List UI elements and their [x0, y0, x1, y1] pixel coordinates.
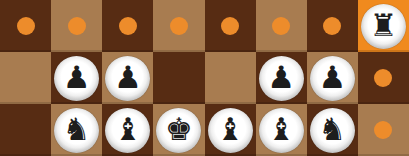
- black-rook-icon: ♜: [370, 10, 398, 41]
- piece-chip-pawn: ♟: [259, 56, 304, 101]
- square-r1c1[interactable]: ♟: [51, 52, 102, 104]
- black-pawn-icon: ♟: [114, 62, 142, 93]
- move-hint-dot: [221, 17, 239, 35]
- square-r0c3[interactable]: [153, 0, 204, 52]
- black-pawn-icon: ♟: [63, 62, 91, 93]
- square-r1c6[interactable]: ♟: [307, 52, 358, 104]
- square-r1c5[interactable]: ♟: [256, 52, 307, 104]
- chess-board: ♜♟♟♟♟♞♝♚♝♝♞: [0, 0, 409, 156]
- square-r2c6[interactable]: ♞: [307, 104, 358, 156]
- square-r2c3[interactable]: ♚: [153, 104, 204, 156]
- black-bishop-icon: ♝: [216, 114, 244, 145]
- black-king-icon: ♚: [165, 114, 193, 145]
- piece-chip-bishop: ♝: [208, 108, 253, 153]
- move-hint-dot: [374, 69, 392, 87]
- chess-board-viewport: ♜♟♟♟♟♞♝♚♝♝♞: [0, 0, 409, 156]
- square-r2c2[interactable]: ♝: [102, 104, 153, 156]
- black-pawn-icon: ♟: [267, 62, 295, 93]
- move-hint-dot: [272, 17, 290, 35]
- black-knight-icon: ♞: [318, 114, 346, 145]
- move-hint-dot: [17, 17, 35, 35]
- square-r2c4[interactable]: ♝: [205, 104, 256, 156]
- square-r0c2[interactable]: [102, 0, 153, 52]
- square-r1c3[interactable]: [153, 52, 204, 104]
- black-pawn-icon: ♟: [318, 62, 346, 93]
- piece-chip-pawn: ♟: [105, 56, 150, 101]
- square-r1c2[interactable]: ♟: [102, 52, 153, 104]
- move-hint-dot: [68, 17, 86, 35]
- piece-chip-pawn: ♟: [54, 56, 99, 101]
- square-r2c1[interactable]: ♞: [51, 104, 102, 156]
- black-knight-icon: ♞: [63, 114, 91, 145]
- square-r1c0[interactable]: [0, 52, 51, 104]
- square-r2c0[interactable]: [0, 104, 51, 156]
- move-hint-dot: [119, 17, 137, 35]
- square-r2c5[interactable]: ♝: [256, 104, 307, 156]
- piece-chip-knight: ♞: [54, 108, 99, 153]
- black-bishop-icon: ♝: [267, 114, 295, 145]
- move-hint-dot: [374, 121, 392, 139]
- square-r0c5[interactable]: [256, 0, 307, 52]
- square-r0c7-selected[interactable]: ♜: [358, 0, 409, 52]
- move-hint-dot: [323, 17, 341, 35]
- square-r0c6[interactable]: [307, 0, 358, 52]
- square-r1c7[interactable]: [358, 52, 409, 104]
- square-r2c7[interactable]: [358, 104, 409, 156]
- piece-chip-king: ♚: [156, 108, 201, 153]
- square-r0c0[interactable]: [0, 0, 51, 52]
- piece-chip-rook: ♜: [361, 4, 406, 49]
- square-r1c4[interactable]: [205, 52, 256, 104]
- piece-chip-knight: ♞: [310, 108, 355, 153]
- black-bishop-icon: ♝: [114, 114, 142, 145]
- piece-chip-bishop: ♝: [259, 108, 304, 153]
- piece-chip-bishop: ♝: [105, 108, 150, 153]
- square-r0c4[interactable]: [205, 0, 256, 52]
- piece-chip-pawn: ♟: [310, 56, 355, 101]
- square-r0c1[interactable]: [51, 0, 102, 52]
- move-hint-dot: [170, 17, 188, 35]
